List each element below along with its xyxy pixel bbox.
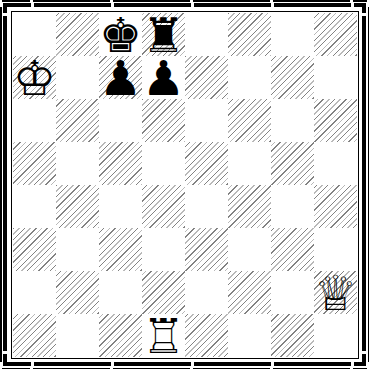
square-d3[interactable] bbox=[142, 228, 185, 271]
square-g6[interactable] bbox=[271, 99, 314, 142]
square-a2[interactable] bbox=[13, 271, 56, 314]
square-h8[interactable] bbox=[314, 13, 357, 56]
square-b8[interactable] bbox=[56, 13, 99, 56]
square-g1[interactable] bbox=[271, 314, 314, 357]
square-e2[interactable] bbox=[185, 271, 228, 314]
square-g4[interactable] bbox=[271, 185, 314, 228]
square-f2[interactable] bbox=[228, 271, 271, 314]
outer-edge-top bbox=[2, 0, 367, 2]
square-d1[interactable]: ♖ bbox=[142, 314, 185, 357]
square-b7[interactable] bbox=[56, 56, 99, 99]
square-b6[interactable] bbox=[56, 99, 99, 142]
square-c7[interactable]: ♟ bbox=[99, 56, 142, 99]
piece-white-rook[interactable]: ♖ bbox=[142, 312, 185, 360]
square-h2[interactable]: ♕ bbox=[314, 271, 357, 314]
square-c1[interactable] bbox=[99, 314, 142, 357]
square-b1[interactable] bbox=[56, 314, 99, 357]
square-f3[interactable] bbox=[228, 228, 271, 271]
square-f1[interactable] bbox=[228, 314, 271, 357]
square-c4[interactable] bbox=[99, 185, 142, 228]
piece-black-pawn[interactable]: ♟ bbox=[99, 54, 142, 102]
outer-edge-left bbox=[0, 7, 2, 362]
square-e1[interactable] bbox=[185, 314, 228, 357]
square-b5[interactable] bbox=[56, 142, 99, 185]
square-e4[interactable] bbox=[185, 185, 228, 228]
piece-white-king[interactable]: ♔ bbox=[13, 54, 56, 102]
square-e7[interactable] bbox=[185, 56, 228, 99]
chess-diagram: ♚♜♔♟♟♕♖ bbox=[0, 0, 369, 369]
square-h4[interactable] bbox=[314, 185, 357, 228]
square-g3[interactable] bbox=[271, 228, 314, 271]
square-g8[interactable] bbox=[271, 13, 314, 56]
square-d5[interactable] bbox=[142, 142, 185, 185]
square-e5[interactable] bbox=[185, 142, 228, 185]
square-f5[interactable] bbox=[228, 142, 271, 185]
square-c3[interactable] bbox=[99, 228, 142, 271]
square-a6[interactable] bbox=[13, 99, 56, 142]
square-f7[interactable] bbox=[228, 56, 271, 99]
square-b2[interactable] bbox=[56, 271, 99, 314]
square-g2[interactable] bbox=[271, 271, 314, 314]
piece-white-queen[interactable]: ♕ bbox=[314, 269, 357, 317]
square-d4[interactable] bbox=[142, 185, 185, 228]
square-a7[interactable]: ♔ bbox=[13, 56, 56, 99]
square-d7[interactable]: ♟ bbox=[142, 56, 185, 99]
square-f4[interactable] bbox=[228, 185, 271, 228]
square-a3[interactable] bbox=[13, 228, 56, 271]
square-h6[interactable] bbox=[314, 99, 357, 142]
square-h1[interactable] bbox=[314, 314, 357, 357]
square-h7[interactable] bbox=[314, 56, 357, 99]
square-d6[interactable] bbox=[142, 99, 185, 142]
square-g7[interactable] bbox=[271, 56, 314, 99]
chess-board: ♚♜♔♟♟♕♖ bbox=[13, 13, 357, 357]
square-f8[interactable] bbox=[228, 13, 271, 56]
square-g5[interactable] bbox=[271, 142, 314, 185]
square-a1[interactable] bbox=[13, 314, 56, 357]
square-e6[interactable] bbox=[185, 99, 228, 142]
frame-right bbox=[362, 3, 366, 366]
piece-black-pawn[interactable]: ♟ bbox=[142, 54, 185, 102]
square-b4[interactable] bbox=[56, 185, 99, 228]
frame-left bbox=[3, 3, 7, 366]
square-a4[interactable] bbox=[13, 185, 56, 228]
square-f6[interactable] bbox=[228, 99, 271, 142]
square-a5[interactable] bbox=[13, 142, 56, 185]
square-h5[interactable] bbox=[314, 142, 357, 185]
square-c2[interactable] bbox=[99, 271, 142, 314]
square-c5[interactable] bbox=[99, 142, 142, 185]
square-e8[interactable] bbox=[185, 13, 228, 56]
square-c6[interactable] bbox=[99, 99, 142, 142]
square-b3[interactable] bbox=[56, 228, 99, 271]
square-e3[interactable] bbox=[185, 228, 228, 271]
